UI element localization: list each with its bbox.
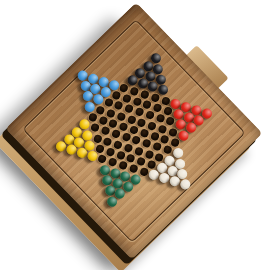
chinese-checkers-board-photo [0, 0, 270, 270]
